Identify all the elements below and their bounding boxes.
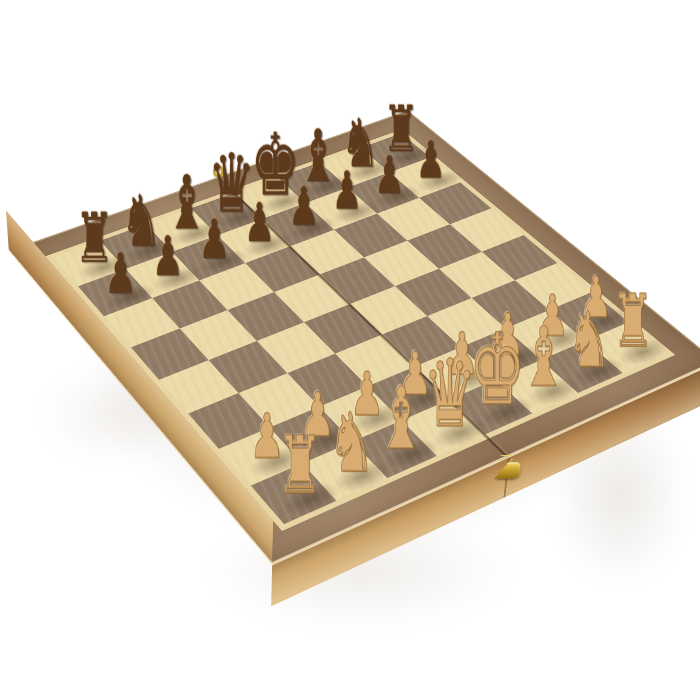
folding-chess-box: ♜♞♝♛♚♝♞♜♟♟♟♟♟♟♟♟♟♟♟♟♟♟♟♟♜♞♝♛♚♝♞♜ <box>9 110 700 564</box>
dark-pawn-glyph: ♟ <box>75 250 164 297</box>
light-rook-glyph: ♜ <box>249 433 350 500</box>
scene: ♜♞♝♛♚♝♞♜♟♟♟♟♟♟♟♟♟♟♟♟♟♟♟♟♜♞♝♛♚♝♞♜ <box>0 0 700 700</box>
chess-set-photo: ♜♞♝♛♚♝♞♜♟♟♟♟♟♟♟♟♟♟♟♟♟♟♟♟♜♞♝♛♚♝♞♜ <box>0 0 700 700</box>
